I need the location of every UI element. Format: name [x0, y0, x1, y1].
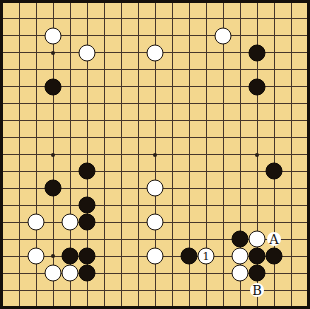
hoshi-point: [153, 153, 157, 157]
go-diagram: 1AB: [0, 0, 310, 309]
black-stone: [249, 265, 266, 282]
black-stone: [79, 248, 96, 265]
black-stone: [45, 78, 62, 95]
hoshi-point: [255, 153, 259, 157]
grid-line: [2, 205, 309, 206]
white-stone: [45, 265, 62, 282]
grid-line: [291, 2, 292, 308]
hoshi-point: [51, 254, 55, 258]
hoshi-point: [51, 153, 55, 157]
black-stone: [266, 163, 283, 180]
black-stone: [79, 197, 96, 214]
white-stone: [147, 180, 164, 197]
white-stone: [147, 214, 164, 231]
black-stone: [45, 180, 62, 197]
white-stone: [62, 265, 79, 282]
black-stone: [249, 78, 266, 95]
black-stone: [79, 214, 96, 231]
black-stone: [79, 163, 96, 180]
white-stone: [45, 27, 62, 44]
grid-line: [308, 2, 309, 308]
white-stone: [28, 248, 45, 265]
white-stone: [215, 27, 232, 44]
white-stone: [28, 214, 45, 231]
label-B: B: [250, 283, 264, 297]
move-number: 1: [203, 251, 210, 262]
white-stone: [232, 248, 249, 265]
hoshi-point: [51, 51, 55, 55]
black-stone: [181, 248, 198, 265]
white-stone: [147, 248, 164, 265]
black-stone: [249, 44, 266, 61]
white-stone: [249, 231, 266, 248]
grid-line: [172, 2, 173, 308]
white-stone: [232, 265, 249, 282]
white-stone: [79, 44, 96, 61]
white-stone: [62, 214, 79, 231]
black-stone: [249, 248, 266, 265]
label-A: A: [267, 232, 281, 246]
black-stone: [79, 265, 96, 282]
grid-line: [223, 2, 224, 308]
black-stone: [232, 231, 249, 248]
black-stone: [266, 248, 283, 265]
grid-line: [2, 171, 309, 172]
black-stone: [62, 248, 79, 265]
white-stone: [147, 44, 164, 61]
go-board[interactable]: 1AB: [0, 0, 310, 309]
move-number-stone: 1: [198, 248, 215, 265]
grid-line: [2, 307, 309, 308]
